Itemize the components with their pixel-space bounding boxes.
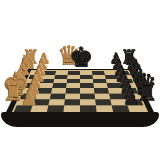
white-pawn-b1[interactable]: ♟	[20, 89, 37, 108]
black-pawn-g1[interactable]: ♟	[122, 89, 139, 108]
chess-set-photo: ♜♞♝♝♞♚♜♟♟♟♟♟♟♟♟♛♚♜♞♝♝♞♛♜♟♟♟♟♟♟♟♟	[0, 0, 160, 160]
pieces-layer: ♜♞♝♝♞♚♜♟♟♟♟♟♟♟♟♛♚♜♞♝♝♞♛♜♟♟♟♟♟♟♟♟	[0, 0, 160, 160]
black-king-e8[interactable]: ♚	[69, 43, 93, 70]
